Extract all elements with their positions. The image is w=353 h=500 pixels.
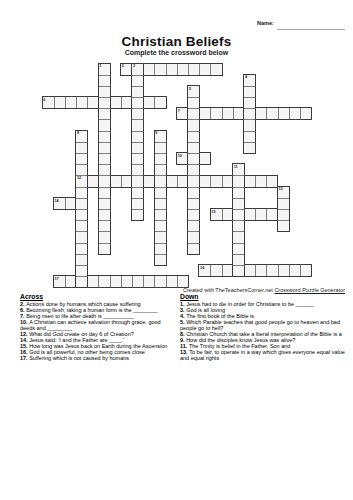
clue-number-12: 12 <box>77 176 81 180</box>
cell-r3-c8[interactable] <box>132 97 143 108</box>
cell-r16-c5[interactable] <box>99 243 110 254</box>
cell-r18-c19[interactable] <box>255 265 266 276</box>
clue-number-8: 8 <box>77 131 79 135</box>
cell-r13-c5[interactable] <box>99 209 110 220</box>
cell-r9-c5[interactable] <box>99 164 110 175</box>
cell-r1-c5[interactable] <box>99 75 110 86</box>
clue-number-11: 11 <box>234 165 238 169</box>
cell-r4-c13[interactable] <box>188 108 199 119</box>
cell-r16-c13[interactable] <box>188 243 199 254</box>
clue-number-15: 15 <box>211 210 215 214</box>
cell-r15-c10[interactable] <box>155 231 166 242</box>
down-clue-list: 1. Jesus had to die in order for Christi… <box>180 301 348 361</box>
down-word-3 <box>131 63 144 222</box>
cell-r7-c3[interactable] <box>76 142 87 153</box>
down-word-1 <box>98 63 111 255</box>
cell-r13-c17[interactable] <box>233 209 244 220</box>
cell-r6-c5[interactable] <box>99 131 110 142</box>
clue-number-16: 16 <box>200 266 204 270</box>
cell-r7-c13[interactable] <box>188 142 199 153</box>
credit-link[interactable]: Crossword Puzzle Generator <box>274 287 345 293</box>
cell-r19-c7[interactable] <box>121 276 132 287</box>
cell-r9-c3[interactable] <box>76 164 87 175</box>
cell-r4-c5[interactable] <box>99 108 110 119</box>
cell-r14-c21[interactable] <box>278 220 289 231</box>
cell-r3-c2[interactable] <box>65 97 76 108</box>
cell-r5-c18[interactable] <box>244 119 255 130</box>
clue-number-10: 10 <box>178 154 182 158</box>
cell-r17-c17[interactable] <box>233 254 244 265</box>
cell-r13-c18[interactable] <box>244 209 255 220</box>
cell-r3-c13[interactable] <box>188 97 199 108</box>
cell-r15-c5[interactable] <box>99 231 110 242</box>
cell-r14-c5[interactable] <box>99 220 110 231</box>
cell-r3-c18[interactable] <box>244 97 255 108</box>
cell-r11-c13[interactable] <box>188 187 199 198</box>
cell-r13-c19[interactable] <box>255 209 266 220</box>
cell-r8-c13[interactable] <box>188 153 199 164</box>
cell-r18-c18[interactable] <box>244 265 255 276</box>
cell-r4-c8[interactable] <box>132 108 143 119</box>
cell-r10-c15[interactable] <box>210 176 221 187</box>
across-clue-10: 10. A Christian can achieve salvation th… <box>20 319 173 331</box>
clue-number-9: 9 <box>155 131 157 135</box>
cell-r7-c8[interactable] <box>132 142 143 153</box>
clue-number-17: 17 <box>55 277 59 281</box>
cell-r9-c13[interactable] <box>188 164 199 175</box>
cell-r3-c3[interactable] <box>76 97 87 108</box>
cell-r13-c3[interactable] <box>76 209 87 220</box>
down-clue-5: 5. Which Parable teaches that good peopl… <box>180 319 348 331</box>
cell-r11-c10[interactable] <box>155 187 166 198</box>
cell-r6-c13[interactable] <box>188 131 199 142</box>
cell-r18-c3[interactable] <box>76 265 87 276</box>
credit-line: Created with TheTeachersCorner.net Cross… <box>183 287 345 293</box>
cell-r8-c14[interactable] <box>199 153 210 164</box>
cell-r17-c10[interactable] <box>155 254 166 265</box>
cell-r13-c8[interactable] <box>132 209 143 220</box>
down-word-13 <box>277 186 290 233</box>
down-clue-13: 13. To be fair, to operate in a way whic… <box>180 349 348 361</box>
down-word-11 <box>232 163 245 277</box>
cell-r12-c17[interactable] <box>233 198 244 209</box>
cell-r8-c8[interactable] <box>132 153 143 164</box>
cell-r10-c14[interactable] <box>199 176 210 187</box>
clue-number-6: 6 <box>43 98 45 102</box>
down-word-9 <box>154 130 167 266</box>
clue-number-3: 3 <box>133 64 135 68</box>
cell-r1-c8[interactable] <box>132 75 143 86</box>
cell-r10-c6[interactable] <box>110 176 121 187</box>
cell-r4-c16[interactable] <box>222 108 233 119</box>
cell-r14-c13[interactable] <box>188 220 199 231</box>
cell-r9-c10[interactable] <box>155 164 166 175</box>
cell-r10-c13[interactable] <box>188 175 199 186</box>
cell-r3-c10[interactable] <box>154 97 165 108</box>
across-header: Across <box>20 294 173 300</box>
cell-r13-c10[interactable] <box>155 209 166 220</box>
cell-r8-c5[interactable] <box>99 153 110 164</box>
cell-r16-c10[interactable] <box>155 243 166 254</box>
cell-r18-c17[interactable] <box>233 265 244 276</box>
across-clue-list: 2. Actions done by humans which cause su… <box>20 301 173 361</box>
cell-r14-c17[interactable] <box>233 220 244 231</box>
cell-r19-c3[interactable] <box>76 276 87 287</box>
cell-r12-c3[interactable] <box>76 198 87 209</box>
cell-r4-c14[interactable] <box>199 108 210 119</box>
down-header: Down <box>180 294 348 300</box>
cell-r10-c11[interactable] <box>166 176 177 187</box>
down-word-4 <box>243 74 256 154</box>
down-word-5 <box>187 85 200 255</box>
cell-r0-c12[interactable] <box>177 64 188 75</box>
cell-r5-c13[interactable] <box>188 119 199 130</box>
cell-r4-c20[interactable] <box>266 108 277 119</box>
cell-r0-c11[interactable] <box>166 64 177 75</box>
cell-r4-c23[interactable] <box>300 108 311 119</box>
cell-r19-c9[interactable] <box>143 276 154 287</box>
cell-r15-c13[interactable] <box>188 231 199 242</box>
cell-r10-c10[interactable] <box>155 175 166 186</box>
crossword-grid: 2671012141516171345891113 <box>0 0 353 300</box>
cell-r3-c6[interactable] <box>110 97 121 108</box>
cell-r3-c5[interactable] <box>99 97 110 108</box>
cell-r3-c9[interactable] <box>143 97 154 108</box>
cell-r7-c5[interactable] <box>99 142 110 153</box>
across-clues: Across 2. Actions done by humans which c… <box>20 294 173 361</box>
down-clues: Down 1. Jesus had to die in order for Ch… <box>180 294 348 361</box>
cell-r12-c8[interactable] <box>132 198 143 209</box>
cell-r2-c8[interactable] <box>132 86 143 97</box>
cell-r19-c4[interactable] <box>87 276 98 287</box>
cell-r0-c9[interactable] <box>143 64 154 75</box>
cell-r11-c5[interactable] <box>99 187 110 198</box>
cell-r18-c22[interactable] <box>289 265 300 276</box>
cell-r8-c3[interactable] <box>76 153 87 164</box>
cell-r18-c23[interactable] <box>300 265 311 276</box>
cell-r4-c21[interactable] <box>278 108 289 119</box>
across-word-16 <box>198 264 312 277</box>
cell-r10-c5[interactable] <box>99 175 110 186</box>
cell-r19-c8[interactable] <box>132 276 143 287</box>
cell-r11-c8[interactable] <box>132 187 143 198</box>
cell-r2-c18[interactable] <box>244 86 255 97</box>
cell-r14-c3[interactable] <box>76 220 87 231</box>
cell-r0-c10[interactable] <box>154 64 165 75</box>
cell-r13-c13[interactable] <box>188 209 199 220</box>
cell-r5-c8[interactable] <box>132 119 143 130</box>
cell-r13-c21[interactable] <box>278 209 289 220</box>
cell-r19-c12[interactable] <box>177 276 188 287</box>
cell-r8-c10[interactable] <box>155 153 166 164</box>
cell-r4-c22[interactable] <box>289 108 300 119</box>
cell-r0-c15[interactable] <box>210 64 221 75</box>
cell-r19-c11[interactable] <box>166 276 177 287</box>
clue-number-7: 7 <box>178 109 180 113</box>
cell-r12-c10[interactable] <box>155 198 166 209</box>
clue-number-2: 2 <box>122 64 124 68</box>
cell-r11-c3[interactable] <box>76 187 87 198</box>
cell-r2-c5[interactable] <box>99 86 110 97</box>
cell-r14-c10[interactable] <box>155 220 166 231</box>
across-clue-17: 17. Suffering which is not caused by hum… <box>20 355 173 361</box>
cell-r5-c5[interactable] <box>99 119 110 130</box>
cell-r18-c20[interactable] <box>266 265 277 276</box>
cell-r18-c21[interactable] <box>278 265 289 276</box>
cell-r15-c3[interactable] <box>76 231 87 242</box>
cell-r4-c19[interactable] <box>255 108 266 119</box>
cell-r19-c5[interactable] <box>98 276 109 287</box>
cell-r12-c21[interactable] <box>278 198 289 209</box>
cell-r6-c18[interactable] <box>244 131 255 142</box>
cell-r7-c10[interactable] <box>155 142 166 153</box>
cell-r3-c1[interactable] <box>54 97 65 108</box>
cell-r18-c15[interactable] <box>210 265 221 276</box>
cell-r12-c13[interactable] <box>188 198 199 209</box>
cell-r10-c8[interactable] <box>132 175 143 186</box>
cell-r12-c5[interactable] <box>99 198 110 209</box>
clue-number-13: 13 <box>279 187 283 191</box>
cell-r10-c17[interactable] <box>233 175 244 186</box>
cell-r10-c18[interactable] <box>244 176 255 187</box>
clue-number-1: 1 <box>99 64 101 68</box>
cell-r0-c14[interactable] <box>199 64 210 75</box>
cell-r16-c17[interactable] <box>233 243 244 254</box>
cell-r7-c18[interactable] <box>244 142 255 153</box>
clue-number-14: 14 <box>55 199 59 203</box>
cell-r4-c18[interactable] <box>244 108 255 119</box>
down-word-8 <box>75 130 88 289</box>
cell-r4-c15[interactable] <box>210 108 221 119</box>
cell-r10-c19[interactable] <box>255 176 266 187</box>
cell-r15-c17[interactable] <box>233 231 244 242</box>
cell-r17-c3[interactable] <box>76 254 87 265</box>
clue-number-5: 5 <box>189 87 191 91</box>
cell-r11-c17[interactable] <box>233 187 244 198</box>
cell-r6-c8[interactable] <box>132 131 143 142</box>
cell-r19-c6[interactable] <box>110 276 121 287</box>
cell-r16-c3[interactable] <box>76 243 87 254</box>
clue-number-4: 4 <box>245 75 247 79</box>
cell-r9-c8[interactable] <box>132 164 143 175</box>
cell-r19-c10[interactable] <box>154 276 165 287</box>
cell-r0-c13[interactable] <box>188 64 199 75</box>
across-word-17 <box>53 275 189 288</box>
